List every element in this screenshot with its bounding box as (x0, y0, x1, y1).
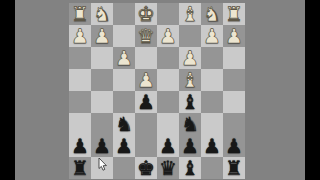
white-pawn: ♟ (225, 25, 243, 47)
square-f7[interactable]: ♟ (113, 135, 135, 157)
square-a7[interactable]: ♟ (223, 135, 245, 157)
mouse-cursor-icon (98, 158, 108, 171)
square-a1[interactable]: ♜ (223, 3, 245, 25)
black-knight: ♞ (181, 113, 199, 135)
square-g5[interactable] (91, 91, 113, 113)
square-a8[interactable]: ♜ (223, 157, 245, 179)
square-c7[interactable]: ♟ (179, 135, 201, 157)
square-b7[interactable]: ♟ (201, 135, 223, 157)
square-f3[interactable]: ♟ (113, 47, 135, 69)
square-c4[interactable]: ♝ (179, 69, 201, 91)
white-knight: ♞ (203, 3, 221, 25)
square-c3[interactable]: ♟ (179, 47, 201, 69)
square-d3[interactable] (157, 47, 179, 69)
black-pawn: ♟ (71, 135, 89, 157)
square-f8[interactable] (113, 157, 135, 179)
square-e4[interactable]: ♟ (135, 69, 157, 91)
square-d4[interactable] (157, 69, 179, 91)
square-h6[interactable] (69, 113, 91, 135)
letterbox-right (305, 0, 320, 180)
square-c1[interactable]: ♝ (179, 3, 201, 25)
square-f4[interactable] (113, 69, 135, 91)
square-b4[interactable] (201, 69, 223, 91)
square-f1[interactable] (113, 3, 135, 25)
chess-board: ♜♞♚♝♞♜♟♟♛♟♟♟♟♟♟♝♟♝♞♞♟♟♟♟♟♟♟♜♚♛♝♜ (69, 3, 245, 179)
square-a4[interactable] (223, 69, 245, 91)
video-frame: ♜♞♚♝♞♜♟♟♛♟♟♟♟♟♟♝♟♝♞♞♟♟♟♟♟♟♟♜♚♛♝♜ (0, 0, 320, 180)
square-h3[interactable] (69, 47, 91, 69)
square-g1[interactable]: ♞ (91, 3, 113, 25)
letterbox-left (0, 0, 15, 180)
square-a3[interactable] (223, 47, 245, 69)
black-pawn: ♟ (203, 135, 221, 157)
square-e1[interactable]: ♚ (135, 3, 157, 25)
square-e3[interactable] (135, 47, 157, 69)
square-a6[interactable] (223, 113, 245, 135)
square-h4[interactable] (69, 69, 91, 91)
white-pawn: ♟ (71, 25, 89, 47)
black-rook: ♜ (71, 157, 89, 179)
square-h1[interactable]: ♜ (69, 3, 91, 25)
square-h8[interactable]: ♜ (69, 157, 91, 179)
white-pawn: ♟ (203, 25, 221, 47)
square-b1[interactable]: ♞ (201, 3, 223, 25)
square-a2[interactable]: ♟ (223, 25, 245, 47)
black-queen: ♛ (159, 157, 177, 179)
square-e5[interactable]: ♟ (135, 91, 157, 113)
square-e2[interactable]: ♛ (135, 25, 157, 47)
white-rook: ♜ (225, 3, 243, 25)
square-d2[interactable]: ♟ (157, 25, 179, 47)
black-rook: ♜ (225, 157, 243, 179)
square-a5[interactable] (223, 91, 245, 113)
square-b5[interactable] (201, 91, 223, 113)
square-h2[interactable]: ♟ (69, 25, 91, 47)
square-e7[interactable] (135, 135, 157, 157)
black-bishop: ♝ (181, 91, 199, 113)
white-pawn: ♟ (93, 25, 111, 47)
square-g3[interactable] (91, 47, 113, 69)
square-b2[interactable]: ♟ (201, 25, 223, 47)
square-e8[interactable]: ♚ (135, 157, 157, 179)
black-pawn: ♟ (181, 135, 199, 157)
square-c6[interactable]: ♞ (179, 113, 201, 135)
white-knight: ♞ (93, 3, 111, 25)
square-d6[interactable] (157, 113, 179, 135)
white-pawn: ♟ (115, 47, 133, 69)
black-pawn: ♟ (93, 135, 111, 157)
black-knight: ♞ (115, 113, 133, 135)
white-pawn: ♟ (159, 25, 177, 47)
black-pawn: ♟ (115, 135, 133, 157)
square-d1[interactable] (157, 3, 179, 25)
square-g2[interactable]: ♟ (91, 25, 113, 47)
white-bishop: ♝ (181, 69, 199, 91)
white-pawn: ♟ (137, 69, 155, 91)
square-h5[interactable] (69, 91, 91, 113)
square-b6[interactable] (201, 113, 223, 135)
square-g4[interactable] (91, 69, 113, 91)
square-b3[interactable] (201, 47, 223, 69)
white-bishop: ♝ (181, 3, 199, 25)
square-e6[interactable] (135, 113, 157, 135)
square-c8[interactable]: ♝ (179, 157, 201, 179)
white-pawn: ♟ (181, 47, 199, 69)
square-c5[interactable]: ♝ (179, 91, 201, 113)
square-c2[interactable] (179, 25, 201, 47)
square-h7[interactable]: ♟ (69, 135, 91, 157)
square-f6[interactable]: ♞ (113, 113, 135, 135)
black-bishop: ♝ (181, 157, 199, 179)
black-pawn: ♟ (159, 135, 177, 157)
square-d5[interactable] (157, 91, 179, 113)
square-d8[interactable]: ♛ (157, 157, 179, 179)
square-g7[interactable]: ♟ (91, 135, 113, 157)
square-d7[interactable]: ♟ (157, 135, 179, 157)
black-king: ♚ (137, 157, 155, 179)
black-pawn: ♟ (225, 135, 243, 157)
square-f5[interactable] (113, 91, 135, 113)
square-f2[interactable] (113, 25, 135, 47)
white-queen: ♛ (137, 25, 155, 47)
black-pawn: ♟ (137, 91, 155, 113)
square-g6[interactable] (91, 113, 113, 135)
square-b8[interactable] (201, 157, 223, 179)
white-king: ♚ (137, 3, 155, 25)
white-rook: ♜ (71, 3, 89, 25)
